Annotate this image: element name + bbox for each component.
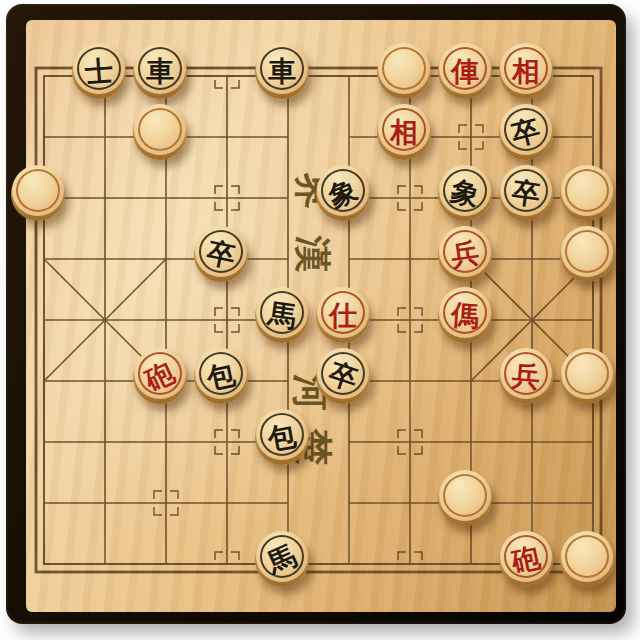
- piece-character: 兵: [497, 348, 556, 407]
- piece-red-仕[interactable]: 仕: [316, 289, 370, 343]
- piece-character: 馬: [246, 524, 317, 595]
- piece-face: [378, 43, 430, 94]
- piece-character: 包: [251, 407, 314, 470]
- piece-character: 馬: [252, 286, 313, 347]
- piece-face: [439, 470, 491, 521]
- piece-black-象[interactable]: 象: [438, 167, 492, 221]
- hidden-face-down-piece[interactable]: [560, 533, 614, 587]
- piece-black-士[interactable]: 士: [72, 45, 126, 99]
- piece-red-相[interactable]: 相: [499, 45, 553, 99]
- piece-face: [561, 165, 613, 216]
- piece-black-車[interactable]: 車: [133, 45, 187, 99]
- piece-black-卒[interactable]: 卒: [316, 350, 370, 404]
- piece-character: 俥: [438, 45, 492, 99]
- piece-face: [134, 104, 186, 155]
- piece-character: 象: [432, 161, 497, 226]
- piece-black-包[interactable]: 包: [255, 411, 309, 465]
- piece-face: [561, 226, 613, 277]
- piece-character: 車: [133, 45, 187, 99]
- hidden-face-down-piece[interactable]: [560, 167, 614, 221]
- piece-character: 士: [70, 43, 128, 101]
- piece-face: [561, 531, 613, 582]
- piece-red-傌[interactable]: 傌: [438, 289, 492, 343]
- hidden-face-down-piece[interactable]: [11, 167, 65, 221]
- hidden-face-down-piece[interactable]: [560, 350, 614, 404]
- piece-character: 仕: [316, 289, 370, 343]
- piece-face: [12, 165, 64, 216]
- piece-character: 卒: [309, 343, 377, 411]
- app-screenshot: { "game": { "name": "Xiangqi (Chinese Ch…: [0, 0, 640, 640]
- piece-character: 卒: [493, 100, 558, 165]
- piece-character: 相: [499, 45, 553, 99]
- hidden-face-down-piece[interactable]: [133, 106, 187, 160]
- piece-face: [561, 348, 613, 399]
- piece-character: 象: [308, 159, 378, 229]
- piece-black-卒[interactable]: 卒: [499, 167, 553, 221]
- piece-black-象[interactable]: 象: [316, 167, 370, 221]
- piece-red-相[interactable]: 相: [377, 106, 431, 160]
- piece-black-馬[interactable]: 馬: [255, 533, 309, 587]
- hidden-face-down-piece[interactable]: [560, 228, 614, 282]
- hidden-face-down-piece[interactable]: [377, 45, 431, 99]
- piece-character: 卒: [496, 164, 557, 225]
- piece-black-卒[interactable]: 卒: [194, 228, 248, 282]
- piece-character: 相: [377, 106, 431, 160]
- piece-character: 砲: [124, 341, 196, 413]
- piece-character: 傌: [436, 287, 494, 345]
- piece-black-包[interactable]: 包: [194, 350, 248, 404]
- piece-red-兵[interactable]: 兵: [499, 350, 553, 404]
- piece-red-俥[interactable]: 俥: [438, 45, 492, 99]
- piece-character: 砲: [494, 528, 558, 592]
- piece-red-砲[interactable]: 砲: [133, 350, 187, 404]
- piece-red-砲[interactable]: 砲: [499, 533, 553, 587]
- piece-black-車[interactable]: 車: [255, 45, 309, 99]
- piece-character: 卒: [189, 223, 253, 287]
- piece-character: 車: [255, 45, 309, 99]
- piece-layer: 士車車俥相相卒象象卒卒兵馬仕傌砲包卒兵包馬砲: [0, 0, 640, 640]
- piece-black-卒[interactable]: 卒: [499, 106, 553, 160]
- piece-red-兵[interactable]: 兵: [438, 228, 492, 282]
- piece-black-馬[interactable]: 馬: [255, 289, 309, 343]
- piece-character: 包: [189, 345, 253, 409]
- hidden-face-down-piece[interactable]: [438, 472, 492, 526]
- piece-character: 兵: [435, 225, 496, 286]
